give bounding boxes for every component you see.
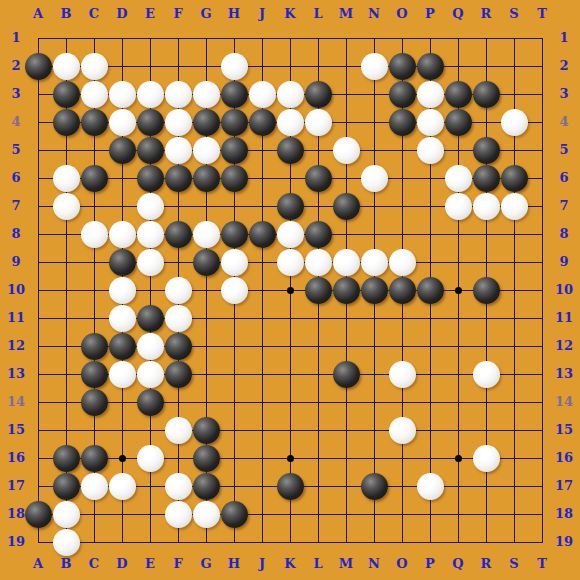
- black-stone: [221, 81, 248, 108]
- white-stone: [109, 473, 136, 500]
- black-stone: [277, 473, 304, 500]
- black-stone: [389, 109, 416, 136]
- white-stone: [193, 501, 220, 528]
- black-stone: [165, 165, 192, 192]
- column-label-bottom: N: [360, 554, 388, 574]
- black-stone: [137, 137, 164, 164]
- black-stone: [221, 109, 248, 136]
- white-stone: [193, 221, 220, 248]
- white-stone: [165, 305, 192, 332]
- row-label-right: 1: [548, 28, 580, 48]
- column-label-bottom: G: [192, 554, 220, 574]
- white-stone: [221, 249, 248, 276]
- column-label-top: N: [360, 4, 388, 24]
- white-stone: [137, 249, 164, 276]
- black-stone: [333, 361, 360, 388]
- white-stone: [109, 277, 136, 304]
- column-label-top: H: [220, 4, 248, 24]
- white-stone: [81, 81, 108, 108]
- column-label-top: R: [472, 4, 500, 24]
- white-stone: [109, 221, 136, 248]
- column-label-top: O: [388, 4, 416, 24]
- black-stone: [81, 361, 108, 388]
- white-stone: [81, 221, 108, 248]
- white-stone: [277, 221, 304, 248]
- row-label-left: 4: [0, 112, 32, 132]
- row-label-right: 4: [548, 112, 580, 132]
- white-stone: [165, 417, 192, 444]
- black-stone: [221, 221, 248, 248]
- black-stone: [193, 417, 220, 444]
- black-stone: [361, 277, 388, 304]
- row-label-right: 3: [548, 84, 580, 104]
- black-stone: [53, 109, 80, 136]
- white-stone: [109, 361, 136, 388]
- white-stone: [165, 277, 192, 304]
- row-label-left: 12: [0, 336, 32, 356]
- black-stone: [389, 53, 416, 80]
- white-stone: [221, 277, 248, 304]
- column-label-bottom: D: [108, 554, 136, 574]
- white-stone: [361, 249, 388, 276]
- black-stone: [277, 137, 304, 164]
- row-label-right: 10: [548, 280, 580, 300]
- row-label-right: 15: [548, 420, 580, 440]
- white-stone: [277, 109, 304, 136]
- row-label-left: 5: [0, 140, 32, 160]
- black-stone: [305, 81, 332, 108]
- row-label-left: 16: [0, 448, 32, 468]
- row-label-left: 10: [0, 280, 32, 300]
- black-stone: [305, 221, 332, 248]
- black-stone: [193, 473, 220, 500]
- column-label-bottom: F: [164, 554, 192, 574]
- row-label-left: 8: [0, 224, 32, 244]
- white-stone: [165, 137, 192, 164]
- black-stone: [53, 473, 80, 500]
- row-label-left: 3: [0, 84, 32, 104]
- black-stone: [417, 53, 444, 80]
- black-stone: [53, 445, 80, 472]
- black-stone: [277, 193, 304, 220]
- column-label-top: E: [136, 4, 164, 24]
- row-label-right: 19: [548, 532, 580, 552]
- column-label-top: T: [528, 4, 556, 24]
- black-stone: [445, 81, 472, 108]
- column-label-top: J: [248, 4, 276, 24]
- star-point: [287, 455, 294, 462]
- black-stone: [109, 249, 136, 276]
- column-label-top: K: [276, 4, 304, 24]
- white-stone: [445, 193, 472, 220]
- black-stone: [249, 109, 276, 136]
- white-stone: [445, 165, 472, 192]
- column-label-top: S: [500, 4, 528, 24]
- white-stone: [473, 361, 500, 388]
- white-stone: [109, 109, 136, 136]
- column-label-bottom: P: [416, 554, 444, 574]
- white-stone: [417, 137, 444, 164]
- column-label-bottom: R: [472, 554, 500, 574]
- column-label-top: L: [304, 4, 332, 24]
- column-label-bottom: E: [136, 554, 164, 574]
- column-label-bottom: M: [332, 554, 360, 574]
- white-stone: [81, 53, 108, 80]
- row-label-left: 7: [0, 196, 32, 216]
- row-label-left: 19: [0, 532, 32, 552]
- white-stone: [137, 81, 164, 108]
- black-stone: [165, 361, 192, 388]
- column-label-bottom: H: [220, 554, 248, 574]
- black-stone: [25, 53, 52, 80]
- row-label-right: 9: [548, 252, 580, 272]
- row-label-right: 17: [548, 476, 580, 496]
- column-label-bottom: S: [500, 554, 528, 574]
- column-label-top: C: [80, 4, 108, 24]
- column-label-top: F: [164, 4, 192, 24]
- black-stone: [473, 81, 500, 108]
- white-stone: [165, 473, 192, 500]
- white-stone: [249, 81, 276, 108]
- white-stone: [193, 137, 220, 164]
- row-label-right: 14: [548, 392, 580, 412]
- white-stone: [165, 81, 192, 108]
- black-stone: [81, 109, 108, 136]
- star-point: [455, 455, 462, 462]
- black-stone: [137, 305, 164, 332]
- white-stone: [53, 501, 80, 528]
- white-stone: [137, 221, 164, 248]
- row-label-right: 2: [548, 56, 580, 76]
- white-stone: [53, 165, 80, 192]
- black-stone: [81, 333, 108, 360]
- column-label-top: Q: [444, 4, 472, 24]
- black-stone: [193, 445, 220, 472]
- column-label-top: P: [416, 4, 444, 24]
- column-label-bottom: L: [304, 554, 332, 574]
- white-stone: [417, 109, 444, 136]
- black-stone: [193, 165, 220, 192]
- white-stone: [53, 53, 80, 80]
- black-stone: [221, 137, 248, 164]
- row-label-right: 5: [548, 140, 580, 160]
- white-stone: [333, 137, 360, 164]
- white-stone: [109, 305, 136, 332]
- column-label-bottom: O: [388, 554, 416, 574]
- white-stone: [109, 81, 136, 108]
- row-label-right: 8: [548, 224, 580, 244]
- row-label-right: 13: [548, 364, 580, 384]
- column-label-bottom: J: [248, 554, 276, 574]
- column-label-bottom: K: [276, 554, 304, 574]
- black-stone: [193, 249, 220, 276]
- row-label-left: 9: [0, 252, 32, 272]
- star-point: [119, 455, 126, 462]
- row-label-left: 17: [0, 476, 32, 496]
- black-stone: [109, 137, 136, 164]
- white-stone: [137, 445, 164, 472]
- row-label-right: 7: [548, 196, 580, 216]
- white-stone: [389, 417, 416, 444]
- column-label-top: D: [108, 4, 136, 24]
- black-stone: [81, 445, 108, 472]
- white-stone: [193, 81, 220, 108]
- black-stone: [389, 277, 416, 304]
- black-stone: [305, 165, 332, 192]
- white-stone: [473, 445, 500, 472]
- white-stone: [361, 53, 388, 80]
- row-label-left: 1: [0, 28, 32, 48]
- black-stone: [221, 165, 248, 192]
- row-label-left: 6: [0, 168, 32, 188]
- column-label-bottom: Q: [444, 554, 472, 574]
- star-point: [287, 287, 294, 294]
- white-stone: [137, 193, 164, 220]
- white-stone: [137, 361, 164, 388]
- black-stone: [137, 165, 164, 192]
- column-label-top: G: [192, 4, 220, 24]
- white-stone: [389, 361, 416, 388]
- row-label-left: 11: [0, 308, 32, 328]
- white-stone: [501, 193, 528, 220]
- white-stone: [277, 81, 304, 108]
- white-stone: [221, 53, 248, 80]
- row-label-left: 13: [0, 364, 32, 384]
- white-stone: [165, 501, 192, 528]
- white-stone: [81, 473, 108, 500]
- white-stone: [305, 109, 332, 136]
- black-stone: [165, 221, 192, 248]
- row-label-right: 6: [548, 168, 580, 188]
- row-label-right: 16: [548, 448, 580, 468]
- black-stone: [25, 501, 52, 528]
- black-stone: [361, 473, 388, 500]
- white-stone: [137, 333, 164, 360]
- black-stone: [81, 389, 108, 416]
- row-label-left: 15: [0, 420, 32, 440]
- black-stone: [221, 501, 248, 528]
- go-board[interactable]: AABBCCDDEEFFGGHHJJKKLLMMNNOOPPQQRRSSTT11…: [0, 0, 580, 580]
- black-stone: [473, 165, 500, 192]
- column-label-top: M: [332, 4, 360, 24]
- white-stone: [277, 249, 304, 276]
- row-label-left: 14: [0, 392, 32, 412]
- black-stone: [333, 277, 360, 304]
- white-stone: [305, 249, 332, 276]
- black-stone: [137, 389, 164, 416]
- white-stone: [501, 109, 528, 136]
- white-stone: [473, 193, 500, 220]
- column-label-top: A: [24, 4, 52, 24]
- row-label-right: 12: [548, 336, 580, 356]
- row-label-right: 18: [548, 504, 580, 524]
- white-stone: [361, 165, 388, 192]
- black-stone: [473, 137, 500, 164]
- black-stone: [305, 277, 332, 304]
- black-stone: [333, 193, 360, 220]
- black-stone: [81, 165, 108, 192]
- black-stone: [417, 277, 444, 304]
- black-stone: [109, 333, 136, 360]
- column-label-bottom: A: [24, 554, 52, 574]
- white-stone: [417, 473, 444, 500]
- black-stone: [389, 81, 416, 108]
- column-label-bottom: C: [80, 554, 108, 574]
- column-label-bottom: T: [528, 554, 556, 574]
- white-stone: [333, 249, 360, 276]
- white-stone: [389, 249, 416, 276]
- black-stone: [165, 333, 192, 360]
- white-stone: [53, 529, 80, 556]
- black-stone: [501, 165, 528, 192]
- column-label-bottom: B: [52, 554, 80, 574]
- black-stone: [445, 109, 472, 136]
- white-stone: [417, 81, 444, 108]
- star-point: [455, 287, 462, 294]
- white-stone: [53, 193, 80, 220]
- black-stone: [193, 109, 220, 136]
- black-stone: [473, 277, 500, 304]
- white-stone: [165, 109, 192, 136]
- row-label-right: 11: [548, 308, 580, 328]
- black-stone: [53, 81, 80, 108]
- black-stone: [137, 109, 164, 136]
- column-label-top: B: [52, 4, 80, 24]
- black-stone: [249, 221, 276, 248]
